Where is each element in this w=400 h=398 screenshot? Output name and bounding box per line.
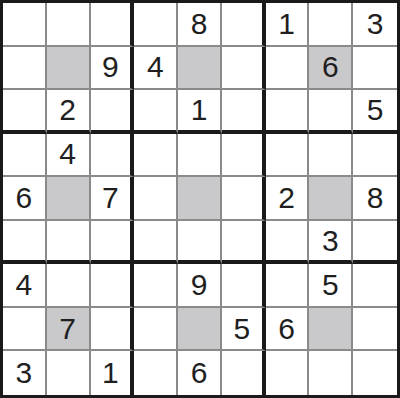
cell-r8c5[interactable] bbox=[178, 308, 222, 352]
cell-r5c5[interactable] bbox=[178, 177, 222, 221]
cell-r8c3[interactable] bbox=[91, 308, 135, 352]
cell-r8c2[interactable]: 7 bbox=[47, 308, 91, 352]
cell-r5c4[interactable] bbox=[134, 177, 178, 221]
cell-r2c6[interactable] bbox=[222, 47, 266, 91]
cell-r8c6[interactable]: 5 bbox=[222, 308, 266, 352]
cell-r4c8[interactable] bbox=[309, 134, 353, 178]
cell-r8c8[interactable] bbox=[309, 308, 353, 352]
cell-r9c2[interactable] bbox=[47, 351, 91, 395]
cell-r2c7[interactable] bbox=[266, 47, 310, 91]
cell-r3c6[interactable] bbox=[222, 90, 266, 134]
cell-r2c1[interactable] bbox=[3, 47, 47, 91]
cell-r1c7[interactable]: 1 bbox=[266, 3, 310, 47]
cell-r4c3[interactable] bbox=[91, 134, 135, 178]
cell-r4c2[interactable]: 4 bbox=[47, 134, 91, 178]
cell-r9c3[interactable]: 1 bbox=[91, 351, 135, 395]
cell-r9c6[interactable] bbox=[222, 351, 266, 395]
cell-r2c3[interactable]: 9 bbox=[91, 47, 135, 91]
cell-r3c2[interactable]: 2 bbox=[47, 90, 91, 134]
cell-r4c1[interactable] bbox=[3, 134, 47, 178]
cell-r9c1[interactable]: 3 bbox=[3, 351, 47, 395]
cell-r3c1[interactable] bbox=[3, 90, 47, 134]
cell-r4c4[interactable] bbox=[134, 134, 178, 178]
cell-r3c4[interactable] bbox=[134, 90, 178, 134]
cell-r7c1[interactable]: 4 bbox=[3, 264, 47, 308]
cell-r8c1[interactable] bbox=[3, 308, 47, 352]
cell-r5c7[interactable]: 2 bbox=[266, 177, 310, 221]
cell-r3c3[interactable] bbox=[91, 90, 135, 134]
cell-r6c8[interactable]: 3 bbox=[309, 221, 353, 265]
cell-r6c3[interactable] bbox=[91, 221, 135, 265]
cell-r5c9[interactable]: 8 bbox=[353, 177, 397, 221]
cell-r8c7[interactable]: 6 bbox=[266, 308, 310, 352]
cell-r1c8[interactable] bbox=[309, 3, 353, 47]
cell-r6c1[interactable] bbox=[3, 221, 47, 265]
cell-r4c6[interactable] bbox=[222, 134, 266, 178]
cell-r7c8[interactable]: 5 bbox=[309, 264, 353, 308]
cell-r6c9[interactable] bbox=[353, 221, 397, 265]
cell-r2c8[interactable]: 6 bbox=[309, 47, 353, 91]
cell-r7c4[interactable] bbox=[134, 264, 178, 308]
cell-r5c3[interactable]: 7 bbox=[91, 177, 135, 221]
cell-r4c5[interactable] bbox=[178, 134, 222, 178]
cell-r7c3[interactable] bbox=[91, 264, 135, 308]
cell-r7c6[interactable] bbox=[222, 264, 266, 308]
cell-r3c5[interactable]: 1 bbox=[178, 90, 222, 134]
cell-r9c4[interactable] bbox=[134, 351, 178, 395]
cell-r1c1[interactable] bbox=[3, 3, 47, 47]
cell-r1c6[interactable] bbox=[222, 3, 266, 47]
cell-r8c9[interactable] bbox=[353, 308, 397, 352]
cell-r7c5[interactable]: 9 bbox=[178, 264, 222, 308]
cell-r2c5[interactable] bbox=[178, 47, 222, 91]
cell-r7c9[interactable] bbox=[353, 264, 397, 308]
cell-r4c7[interactable] bbox=[266, 134, 310, 178]
cell-r4c9[interactable] bbox=[353, 134, 397, 178]
cell-r3c9[interactable]: 5 bbox=[353, 90, 397, 134]
cell-r6c7[interactable] bbox=[266, 221, 310, 265]
cell-r9c7[interactable] bbox=[266, 351, 310, 395]
cell-r9c9[interactable] bbox=[353, 351, 397, 395]
cell-r1c2[interactable] bbox=[47, 3, 91, 47]
cell-r5c1[interactable]: 6 bbox=[3, 177, 47, 221]
cell-r7c2[interactable] bbox=[47, 264, 91, 308]
cell-r9c8[interactable] bbox=[309, 351, 353, 395]
cell-r5c8[interactable] bbox=[309, 177, 353, 221]
cell-r7c7[interactable] bbox=[266, 264, 310, 308]
cell-r5c2[interactable] bbox=[47, 177, 91, 221]
sudoku-board: 813946215467283495756316 bbox=[0, 0, 400, 398]
cell-r8c4[interactable] bbox=[134, 308, 178, 352]
cell-r6c6[interactable] bbox=[222, 221, 266, 265]
cell-r1c4[interactable] bbox=[134, 3, 178, 47]
cell-r1c3[interactable] bbox=[91, 3, 135, 47]
cell-r1c5[interactable]: 8 bbox=[178, 3, 222, 47]
cell-r6c4[interactable] bbox=[134, 221, 178, 265]
cell-r2c2[interactable] bbox=[47, 47, 91, 91]
cell-r2c9[interactable] bbox=[353, 47, 397, 91]
cell-r3c8[interactable] bbox=[309, 90, 353, 134]
cell-r9c5[interactable]: 6 bbox=[178, 351, 222, 395]
cell-r6c5[interactable] bbox=[178, 221, 222, 265]
cell-r2c4[interactable]: 4 bbox=[134, 47, 178, 91]
cell-r5c6[interactable] bbox=[222, 177, 266, 221]
cell-r1c9[interactable]: 3 bbox=[353, 3, 397, 47]
cell-r6c2[interactable] bbox=[47, 221, 91, 265]
cell-r3c7[interactable] bbox=[266, 90, 310, 134]
